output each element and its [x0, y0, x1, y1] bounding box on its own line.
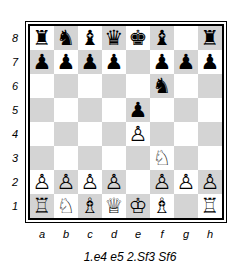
square-d8[interactable]: ♛ — [102, 26, 126, 50]
white-pawn-piece: ♙ — [177, 170, 196, 194]
square-a7[interactable]: ♟ — [30, 50, 54, 74]
rank-label-6: 6 — [4, 74, 25, 98]
square-a3[interactable] — [30, 146, 54, 170]
square-f3[interactable]: ♘ — [150, 146, 174, 170]
black-pawn-piece: ♟ — [33, 50, 52, 74]
move-caption: 1.e4 e5 2.Sf3 Sf6 — [25, 250, 235, 264]
square-a8[interactable]: ♜ — [30, 26, 54, 50]
white-knight-piece: ♘ — [57, 194, 76, 218]
black-knight-piece: ♞ — [57, 26, 76, 50]
square-g5[interactable] — [174, 98, 198, 122]
square-f7[interactable]: ♟ — [150, 50, 174, 74]
square-d1[interactable]: ♕ — [102, 194, 126, 218]
board-inner-border: ♜♞♝♛♚♝♜♟♟♟♟♟♟♟♞♟♙♘♙♙♙♙♙♙♙♖♘♗♕♔♗♖ — [28, 24, 224, 220]
white-rook-piece: ♖ — [33, 194, 52, 218]
square-g1[interactable] — [174, 194, 198, 218]
square-a1[interactable]: ♖ — [30, 194, 54, 218]
square-h1[interactable]: ♖ — [198, 194, 222, 218]
square-b5[interactable] — [54, 98, 78, 122]
black-king-piece: ♚ — [129, 26, 148, 50]
rank-labels: 87654321 — [4, 21, 25, 218]
square-a2[interactable]: ♙ — [30, 170, 54, 194]
square-d5[interactable] — [102, 98, 126, 122]
white-king-piece: ♔ — [129, 194, 148, 218]
white-pawn-piece: ♙ — [57, 170, 76, 194]
white-rook-piece: ♖ — [201, 194, 220, 218]
square-d2[interactable]: ♙ — [102, 170, 126, 194]
square-h8[interactable]: ♜ — [198, 26, 222, 50]
square-d7[interactable]: ♟ — [102, 50, 126, 74]
square-b4[interactable] — [54, 122, 78, 146]
rank-label-4: 4 — [4, 122, 25, 146]
square-h3[interactable] — [198, 146, 222, 170]
square-f1[interactable]: ♗ — [150, 194, 174, 218]
square-b1[interactable]: ♘ — [54, 194, 78, 218]
black-bishop-piece: ♝ — [81, 26, 100, 50]
black-pawn-piece: ♟ — [177, 50, 196, 74]
square-f8[interactable]: ♝ — [150, 26, 174, 50]
square-e1[interactable]: ♔ — [126, 194, 150, 218]
file-label-g: g — [174, 228, 198, 240]
square-g3[interactable] — [174, 146, 198, 170]
file-label-d: d — [102, 228, 126, 240]
white-pawn-piece: ♙ — [81, 170, 100, 194]
file-label-f: f — [150, 228, 174, 240]
square-c8[interactable]: ♝ — [78, 26, 102, 50]
square-a6[interactable] — [30, 74, 54, 98]
file-label-a: a — [30, 228, 54, 240]
square-c5[interactable] — [78, 98, 102, 122]
black-pawn-piece: ♟ — [105, 50, 124, 74]
square-e4[interactable]: ♙ — [126, 122, 150, 146]
square-f5[interactable] — [150, 98, 174, 122]
chess-board: ♜♞♝♛♚♝♜♟♟♟♟♟♟♟♞♟♙♘♙♙♙♙♙♙♙♖♘♗♕♔♗♖ — [30, 26, 222, 218]
square-b6[interactable] — [54, 74, 78, 98]
square-h7[interactable]: ♟ — [198, 50, 222, 74]
square-c6[interactable] — [78, 74, 102, 98]
white-pawn-piece: ♙ — [105, 170, 124, 194]
square-h5[interactable] — [198, 98, 222, 122]
square-c7[interactable]: ♟ — [78, 50, 102, 74]
square-a4[interactable] — [30, 122, 54, 146]
black-bishop-piece: ♝ — [153, 26, 172, 50]
square-h4[interactable] — [198, 122, 222, 146]
board-with-rank-labels: 87654321 ♜♞♝♛♚♝♜♟♟♟♟♟♟♟♞♟♙♘♙♙♙♙♙♙♙♖♘♗♕♔♗… — [4, 21, 248, 223]
white-queen-piece: ♕ — [105, 194, 124, 218]
white-pawn-piece: ♙ — [33, 170, 52, 194]
file-label-e: e — [126, 228, 150, 240]
rank-label-8: 8 — [4, 26, 25, 50]
rank-label-3: 3 — [4, 146, 25, 170]
square-f4[interactable] — [150, 122, 174, 146]
black-pawn-piece: ♟ — [57, 50, 76, 74]
black-rook-piece: ♜ — [201, 26, 220, 50]
square-f6[interactable]: ♞ — [150, 74, 174, 98]
rank-label-1: 1 — [4, 194, 25, 218]
white-pawn-piece: ♙ — [153, 170, 172, 194]
rank-label-2: 2 — [4, 170, 25, 194]
square-e6[interactable] — [126, 74, 150, 98]
white-knight-piece: ♘ — [153, 146, 172, 170]
square-g8[interactable] — [174, 26, 198, 50]
white-bishop-piece: ♗ — [81, 194, 100, 218]
square-b3[interactable] — [54, 146, 78, 170]
white-bishop-piece: ♗ — [153, 194, 172, 218]
square-h6[interactable] — [198, 74, 222, 98]
square-b7[interactable]: ♟ — [54, 50, 78, 74]
square-b2[interactable]: ♙ — [54, 170, 78, 194]
square-a5[interactable] — [30, 98, 54, 122]
rank-label-7: 7 — [4, 50, 25, 74]
square-g7[interactable]: ♟ — [174, 50, 198, 74]
black-pawn-piece: ♟ — [201, 50, 220, 74]
file-label-c: c — [78, 228, 102, 240]
square-g2[interactable]: ♙ — [174, 170, 198, 194]
square-d4[interactable] — [102, 122, 126, 146]
black-pawn-piece: ♟ — [153, 50, 172, 74]
black-knight-piece: ♞ — [153, 74, 172, 98]
square-e2[interactable] — [126, 170, 150, 194]
white-pawn-piece: ♙ — [201, 170, 220, 194]
black-pawn-piece: ♟ — [129, 98, 148, 122]
square-b8[interactable]: ♞ — [54, 26, 78, 50]
square-c2[interactable]: ♙ — [78, 170, 102, 194]
square-g4[interactable] — [174, 122, 198, 146]
square-d6[interactable] — [102, 74, 126, 98]
square-e8[interactable]: ♚ — [126, 26, 150, 50]
square-c1[interactable]: ♗ — [78, 194, 102, 218]
square-e7[interactable] — [126, 50, 150, 74]
chess-diagram: 87654321 ♜♞♝♛♚♝♜♟♟♟♟♟♟♟♞♟♙♘♙♙♙♙♙♙♙♖♘♗♕♔♗… — [4, 21, 248, 264]
square-e5[interactable]: ♟ — [126, 98, 150, 122]
rank-label-5: 5 — [4, 98, 25, 122]
board-frame: ♜♞♝♛♚♝♜♟♟♟♟♟♟♟♞♟♙♘♙♙♙♙♙♙♙♖♘♗♕♔♗♖ — [25, 21, 227, 223]
file-label-b: b — [54, 228, 78, 240]
square-d3[interactable] — [102, 146, 126, 170]
square-c4[interactable] — [78, 122, 102, 146]
file-label-h: h — [198, 228, 222, 240]
square-h2[interactable]: ♙ — [198, 170, 222, 194]
black-rook-piece: ♜ — [33, 26, 52, 50]
file-labels: abcdefgh — [30, 228, 248, 240]
square-g6[interactable] — [174, 74, 198, 98]
white-pawn-piece: ♙ — [129, 122, 148, 146]
square-c3[interactable] — [78, 146, 102, 170]
square-e3[interactable] — [126, 146, 150, 170]
black-queen-piece: ♛ — [105, 26, 124, 50]
black-pawn-piece: ♟ — [81, 50, 100, 74]
square-f2[interactable]: ♙ — [150, 170, 174, 194]
